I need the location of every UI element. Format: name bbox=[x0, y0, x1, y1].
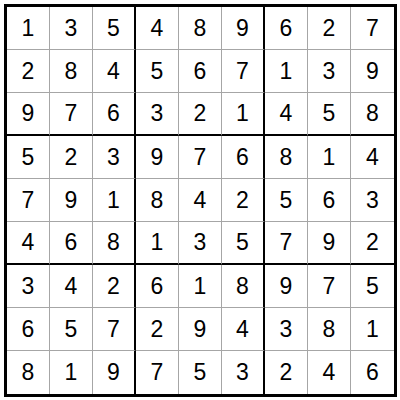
cell-r2c3[interactable]: 4 bbox=[93, 50, 136, 93]
cell-r1c5[interactable]: 8 bbox=[179, 7, 222, 50]
cell-r4c1[interactable]: 5 bbox=[7, 136, 50, 179]
cell-r5c3[interactable]: 1 bbox=[93, 179, 136, 222]
cell-r8c1[interactable]: 6 bbox=[7, 308, 50, 351]
cell-r1c1[interactable]: 1 bbox=[7, 7, 50, 50]
cell-r6c6[interactable]: 5 bbox=[222, 222, 265, 265]
cell-r9c2[interactable]: 1 bbox=[50, 351, 93, 394]
cell-r1c3[interactable]: 5 bbox=[93, 7, 136, 50]
cell-r8c5[interactable]: 9 bbox=[179, 308, 222, 351]
cell-r4c9[interactable]: 4 bbox=[351, 136, 394, 179]
cell-r2c8[interactable]: 3 bbox=[308, 50, 351, 93]
cell-r7c1[interactable]: 3 bbox=[7, 265, 50, 308]
cell-r6c4[interactable]: 1 bbox=[136, 222, 179, 265]
cell-r5c4[interactable]: 8 bbox=[136, 179, 179, 222]
cell-r4c8[interactable]: 1 bbox=[308, 136, 351, 179]
cell-r6c9[interactable]: 2 bbox=[351, 222, 394, 265]
cell-r3c5[interactable]: 2 bbox=[179, 93, 222, 136]
cell-r9c5[interactable]: 5 bbox=[179, 351, 222, 394]
cell-r8c9[interactable]: 1 bbox=[351, 308, 394, 351]
cell-r3c1[interactable]: 9 bbox=[7, 93, 50, 136]
cell-r6c1[interactable]: 4 bbox=[7, 222, 50, 265]
cell-r8c3[interactable]: 7 bbox=[93, 308, 136, 351]
cell-r1c7[interactable]: 6 bbox=[265, 7, 308, 50]
cell-r3c6[interactable]: 1 bbox=[222, 93, 265, 136]
cell-r3c4[interactable]: 3 bbox=[136, 93, 179, 136]
cell-r7c2[interactable]: 4 bbox=[50, 265, 93, 308]
cell-r4c7[interactable]: 8 bbox=[265, 136, 308, 179]
cell-r7c8[interactable]: 7 bbox=[308, 265, 351, 308]
cell-r2c7[interactable]: 1 bbox=[265, 50, 308, 93]
cell-r2c6[interactable]: 7 bbox=[222, 50, 265, 93]
cell-r5c1[interactable]: 7 bbox=[7, 179, 50, 222]
cell-r9c9[interactable]: 6 bbox=[351, 351, 394, 394]
cell-r7c7[interactable]: 9 bbox=[265, 265, 308, 308]
cell-r8c7[interactable]: 3 bbox=[265, 308, 308, 351]
cell-r1c9[interactable]: 7 bbox=[351, 7, 394, 50]
cell-r5c6[interactable]: 2 bbox=[222, 179, 265, 222]
cell-r9c1[interactable]: 8 bbox=[7, 351, 50, 394]
cell-r4c3[interactable]: 3 bbox=[93, 136, 136, 179]
cell-r8c6[interactable]: 4 bbox=[222, 308, 265, 351]
cell-r3c2[interactable]: 7 bbox=[50, 93, 93, 136]
cell-r7c5[interactable]: 1 bbox=[179, 265, 222, 308]
cell-r3c7[interactable]: 4 bbox=[265, 93, 308, 136]
cell-r2c9[interactable]: 9 bbox=[351, 50, 394, 93]
cell-r5c2[interactable]: 9 bbox=[50, 179, 93, 222]
cell-r4c4[interactable]: 9 bbox=[136, 136, 179, 179]
cell-r2c2[interactable]: 8 bbox=[50, 50, 93, 93]
cell-r8c4[interactable]: 2 bbox=[136, 308, 179, 351]
cell-r1c6[interactable]: 9 bbox=[222, 7, 265, 50]
cell-r4c2[interactable]: 2 bbox=[50, 136, 93, 179]
cell-r7c9[interactable]: 5 bbox=[351, 265, 394, 308]
cell-r1c4[interactable]: 4 bbox=[136, 7, 179, 50]
cell-r9c4[interactable]: 7 bbox=[136, 351, 179, 394]
cell-r8c2[interactable]: 5 bbox=[50, 308, 93, 351]
cell-r7c6[interactable]: 8 bbox=[222, 265, 265, 308]
cell-r9c8[interactable]: 4 bbox=[308, 351, 351, 394]
cell-r7c4[interactable]: 6 bbox=[136, 265, 179, 308]
cell-r4c6[interactable]: 6 bbox=[222, 136, 265, 179]
cell-r7c3[interactable]: 2 bbox=[93, 265, 136, 308]
cell-r5c7[interactable]: 5 bbox=[265, 179, 308, 222]
cell-r9c3[interactable]: 9 bbox=[93, 351, 136, 394]
cell-r6c3[interactable]: 8 bbox=[93, 222, 136, 265]
cell-r6c5[interactable]: 3 bbox=[179, 222, 222, 265]
sudoku-board: 1354896272845671399763214585239768147918… bbox=[4, 4, 397, 397]
cell-r9c6[interactable]: 3 bbox=[222, 351, 265, 394]
cell-r1c8[interactable]: 2 bbox=[308, 7, 351, 50]
cell-r6c2[interactable]: 6 bbox=[50, 222, 93, 265]
cell-r5c5[interactable]: 4 bbox=[179, 179, 222, 222]
cell-r3c9[interactable]: 8 bbox=[351, 93, 394, 136]
cell-r6c8[interactable]: 9 bbox=[308, 222, 351, 265]
cell-r4c5[interactable]: 7 bbox=[179, 136, 222, 179]
cell-r2c4[interactable]: 5 bbox=[136, 50, 179, 93]
cell-r2c5[interactable]: 6 bbox=[179, 50, 222, 93]
cell-r5c9[interactable]: 3 bbox=[351, 179, 394, 222]
cell-r3c3[interactable]: 6 bbox=[93, 93, 136, 136]
cell-r6c7[interactable]: 7 bbox=[265, 222, 308, 265]
cell-r2c1[interactable]: 2 bbox=[7, 50, 50, 93]
cell-r5c8[interactable]: 6 bbox=[308, 179, 351, 222]
cell-r1c2[interactable]: 3 bbox=[50, 7, 93, 50]
cell-r9c7[interactable]: 2 bbox=[265, 351, 308, 394]
cell-r3c8[interactable]: 5 bbox=[308, 93, 351, 136]
cell-r8c8[interactable]: 8 bbox=[308, 308, 351, 351]
